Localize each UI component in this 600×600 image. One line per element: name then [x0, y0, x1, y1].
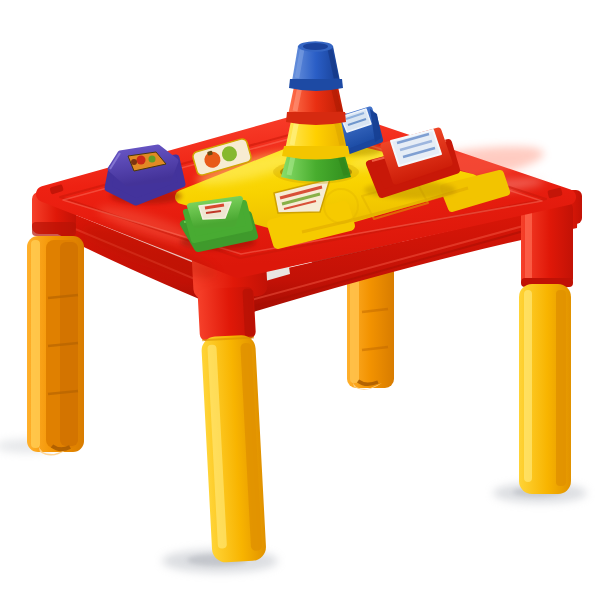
table-leg-right	[519, 190, 582, 494]
scene-canvas	[0, 0, 600, 600]
stacking-cup-tower	[281, 41, 351, 181]
shape-block-green-triangle	[180, 199, 256, 250]
right-leg-highlight	[524, 290, 532, 482]
stacking-cup-blue	[289, 41, 343, 91]
floor-shadows	[0, 439, 587, 573]
table-leg-left	[27, 192, 84, 456]
left-leg-highlight	[31, 240, 40, 448]
product-photo-stage	[0, 0, 600, 600]
shape-block-purple-pentagon	[108, 147, 182, 204]
